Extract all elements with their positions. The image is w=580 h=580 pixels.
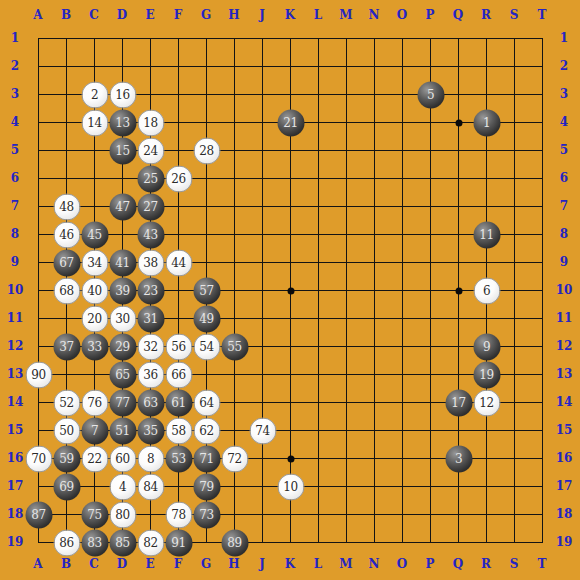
column-label-bottom-H: H bbox=[228, 557, 239, 571]
column-label-top-H: H bbox=[228, 8, 239, 22]
stone-move-number: 89 bbox=[227, 536, 241, 550]
row-label-left-7: 7 bbox=[11, 199, 19, 213]
row-label-right-7: 7 bbox=[560, 199, 568, 213]
stone-K4-move-21: 21 bbox=[277, 109, 304, 136]
stone-E5-move-24: 24 bbox=[137, 137, 164, 164]
stone-H16-move-72: 72 bbox=[221, 445, 248, 472]
stone-move-number: 45 bbox=[87, 228, 101, 242]
stone-G15-move-62: 62 bbox=[193, 417, 220, 444]
stone-move-number: 66 bbox=[171, 368, 185, 382]
stone-move-number: 75 bbox=[87, 508, 101, 522]
stone-C14-move-76: 76 bbox=[81, 389, 108, 416]
column-label-top-S: S bbox=[510, 8, 519, 22]
stone-move-number: 86 bbox=[59, 536, 73, 550]
stone-G18-move-73: 73 bbox=[193, 501, 220, 528]
stone-G5-move-28: 28 bbox=[193, 137, 220, 164]
stone-A13-move-90: 90 bbox=[25, 361, 52, 388]
column-label-top-G: G bbox=[201, 8, 211, 22]
stone-D5-move-15: 15 bbox=[109, 137, 136, 164]
stone-D4-move-13: 13 bbox=[109, 109, 136, 136]
stone-G11-move-49: 49 bbox=[193, 305, 220, 332]
stone-move-number: 71 bbox=[199, 452, 213, 466]
row-label-right-3: 3 bbox=[560, 87, 568, 101]
stone-E11-move-31: 31 bbox=[137, 305, 164, 332]
row-label-left-6: 6 bbox=[11, 171, 19, 185]
stone-move-number: 85 bbox=[115, 536, 129, 550]
stone-move-number: 49 bbox=[199, 312, 213, 326]
stone-F9-move-44: 44 bbox=[165, 249, 192, 276]
stone-move-number: 24 bbox=[143, 144, 157, 158]
stone-D10-move-39: 39 bbox=[109, 277, 136, 304]
stone-move-number: 87 bbox=[31, 508, 45, 522]
stone-move-number: 53 bbox=[171, 452, 185, 466]
stone-B15-move-50: 50 bbox=[53, 417, 80, 444]
column-label-top-Q: Q bbox=[453, 8, 463, 22]
row-label-left-19: 19 bbox=[7, 535, 24, 549]
column-label-bottom-K: K bbox=[285, 557, 295, 571]
row-label-right-5: 5 bbox=[560, 143, 568, 157]
stone-F12-move-56: 56 bbox=[165, 333, 192, 360]
stone-E6-move-25: 25 bbox=[137, 165, 164, 192]
row-label-left-12: 12 bbox=[7, 339, 24, 353]
stone-move-number: 12 bbox=[479, 396, 493, 410]
column-label-bottom-C: C bbox=[89, 557, 99, 571]
column-label-bottom-J: J bbox=[259, 557, 265, 571]
column-label-top-T: T bbox=[538, 8, 547, 22]
stone-H12-move-55: 55 bbox=[221, 333, 248, 360]
stone-move-number: 82 bbox=[143, 536, 157, 550]
stone-D14-move-77: 77 bbox=[109, 389, 136, 416]
row-label-left-10: 10 bbox=[7, 283, 24, 297]
stone-F19-move-91: 91 bbox=[165, 529, 192, 556]
row-label-left-2: 2 bbox=[11, 59, 19, 73]
stone-move-number: 6 bbox=[483, 284, 490, 298]
stone-B17-move-69: 69 bbox=[53, 473, 80, 500]
stone-B16-move-59: 59 bbox=[53, 445, 80, 472]
star-point-Q4 bbox=[455, 119, 462, 126]
stone-move-number: 35 bbox=[143, 424, 157, 438]
stone-move-number: 54 bbox=[199, 340, 213, 354]
stone-C16-move-22: 22 bbox=[81, 445, 108, 472]
stone-move-number: 61 bbox=[171, 396, 185, 410]
stone-move-number: 51 bbox=[115, 424, 129, 438]
stone-P3-move-5: 5 bbox=[417, 81, 444, 108]
column-label-bottom-A: A bbox=[33, 557, 42, 571]
row-label-right-11: 11 bbox=[556, 311, 573, 325]
stone-move-number: 2 bbox=[91, 88, 98, 102]
stone-move-number: 36 bbox=[143, 368, 157, 382]
stone-move-number: 18 bbox=[143, 116, 157, 130]
row-label-right-15: 15 bbox=[556, 423, 573, 437]
stone-B10-move-68: 68 bbox=[53, 277, 80, 304]
stone-K17-move-10: 10 bbox=[277, 473, 304, 500]
row-label-right-14: 14 bbox=[556, 395, 573, 409]
stone-move-number: 44 bbox=[171, 256, 185, 270]
row-label-right-12: 12 bbox=[556, 339, 573, 353]
column-label-top-L: L bbox=[314, 8, 322, 22]
stone-D15-move-51: 51 bbox=[109, 417, 136, 444]
stone-R8-move-11: 11 bbox=[473, 221, 500, 248]
column-label-bottom-P: P bbox=[425, 557, 434, 571]
stone-move-number: 38 bbox=[143, 256, 157, 270]
row-label-right-2: 2 bbox=[560, 59, 568, 73]
stone-move-number: 77 bbox=[115, 396, 129, 410]
stone-E7-move-27: 27 bbox=[137, 193, 164, 220]
stone-C4-move-14: 14 bbox=[81, 109, 108, 136]
stone-move-number: 63 bbox=[143, 396, 157, 410]
stone-Q14-move-17: 17 bbox=[445, 389, 472, 416]
stone-F14-move-61: 61 bbox=[165, 389, 192, 416]
stone-R14-move-12: 12 bbox=[473, 389, 500, 416]
stone-R4-move-1: 1 bbox=[473, 109, 500, 136]
stone-move-number: 80 bbox=[115, 508, 129, 522]
row-label-left-4: 4 bbox=[11, 115, 19, 129]
stone-D16-move-60: 60 bbox=[109, 445, 136, 472]
row-label-left-8: 8 bbox=[11, 227, 19, 241]
stone-move-number: 69 bbox=[59, 480, 73, 494]
stone-move-number: 11 bbox=[479, 228, 493, 242]
stone-move-number: 91 bbox=[171, 536, 185, 550]
stone-D19-move-85: 85 bbox=[109, 529, 136, 556]
stone-C8-move-45: 45 bbox=[81, 221, 108, 248]
stone-move-number: 3 bbox=[455, 452, 462, 466]
stone-F18-move-78: 78 bbox=[165, 501, 192, 528]
stone-R13-move-19: 19 bbox=[473, 361, 500, 388]
stone-H19-move-89: 89 bbox=[221, 529, 248, 556]
stone-move-number: 31 bbox=[143, 312, 157, 326]
stone-R12-move-9: 9 bbox=[473, 333, 500, 360]
column-label-top-K: K bbox=[285, 8, 295, 22]
stone-move-number: 62 bbox=[199, 424, 213, 438]
stone-move-number: 52 bbox=[59, 396, 73, 410]
stone-move-number: 29 bbox=[115, 340, 129, 354]
stone-move-number: 34 bbox=[87, 256, 101, 270]
stone-move-number: 19 bbox=[479, 368, 493, 382]
stone-move-number: 14 bbox=[87, 116, 101, 130]
stone-E19-move-82: 82 bbox=[137, 529, 164, 556]
stone-move-number: 67 bbox=[59, 256, 73, 270]
stone-B19-move-86: 86 bbox=[53, 529, 80, 556]
stone-C9-move-34: 34 bbox=[81, 249, 108, 276]
stone-move-number: 22 bbox=[87, 452, 101, 466]
stone-C10-move-40: 40 bbox=[81, 277, 108, 304]
column-label-top-O: O bbox=[397, 8, 407, 22]
stone-move-number: 23 bbox=[143, 284, 157, 298]
stone-move-number: 55 bbox=[227, 340, 241, 354]
row-label-left-5: 5 bbox=[11, 143, 19, 157]
stone-B8-move-46: 46 bbox=[53, 221, 80, 248]
stone-move-number: 73 bbox=[199, 508, 213, 522]
column-label-top-D: D bbox=[117, 8, 127, 22]
stone-E16-move-8: 8 bbox=[137, 445, 164, 472]
stone-move-number: 41 bbox=[115, 256, 129, 270]
stone-move-number: 57 bbox=[199, 284, 213, 298]
stone-move-number: 74 bbox=[255, 424, 269, 438]
row-label-left-11: 11 bbox=[7, 311, 24, 325]
column-label-top-A: A bbox=[33, 8, 42, 22]
row-label-left-3: 3 bbox=[11, 87, 19, 101]
stone-J15-move-74: 74 bbox=[249, 417, 276, 444]
column-label-bottom-B: B bbox=[61, 557, 71, 571]
stone-move-number: 28 bbox=[199, 144, 213, 158]
row-label-right-9: 9 bbox=[560, 255, 568, 269]
column-label-bottom-E: E bbox=[145, 557, 154, 571]
column-label-bottom-F: F bbox=[174, 557, 183, 571]
column-label-top-J: J bbox=[259, 8, 265, 22]
column-label-bottom-M: M bbox=[339, 557, 352, 571]
row-label-right-18: 18 bbox=[556, 507, 573, 521]
stone-D12-move-29: 29 bbox=[109, 333, 136, 360]
stone-F16-move-53: 53 bbox=[165, 445, 192, 472]
column-label-bottom-O: O bbox=[397, 557, 407, 571]
stone-D9-move-41: 41 bbox=[109, 249, 136, 276]
stone-move-number: 9 bbox=[483, 340, 490, 354]
stone-C12-move-33: 33 bbox=[81, 333, 108, 360]
row-label-left-9: 9 bbox=[11, 255, 19, 269]
stone-move-number: 68 bbox=[59, 284, 73, 298]
stone-E17-move-84: 84 bbox=[137, 473, 164, 500]
stone-move-number: 46 bbox=[59, 228, 73, 242]
column-label-top-R: R bbox=[481, 8, 491, 22]
stone-move-number: 32 bbox=[143, 340, 157, 354]
stone-E12-move-32: 32 bbox=[137, 333, 164, 360]
stone-B14-move-52: 52 bbox=[53, 389, 80, 416]
column-label-bottom-T: T bbox=[538, 557, 547, 571]
stone-move-number: 70 bbox=[31, 452, 45, 466]
stone-move-number: 65 bbox=[115, 368, 129, 382]
stone-G14-move-64: 64 bbox=[193, 389, 220, 416]
row-label-right-19: 19 bbox=[556, 535, 573, 549]
star-point-K10 bbox=[287, 287, 294, 294]
stone-move-number: 7 bbox=[91, 424, 98, 438]
stone-C18-move-75: 75 bbox=[81, 501, 108, 528]
stone-F13-move-66: 66 bbox=[165, 361, 192, 388]
stone-G10-move-57: 57 bbox=[193, 277, 220, 304]
row-label-right-13: 13 bbox=[556, 367, 573, 381]
stone-move-number: 33 bbox=[87, 340, 101, 354]
stone-move-number: 58 bbox=[171, 424, 185, 438]
stone-G16-move-71: 71 bbox=[193, 445, 220, 472]
stone-G12-move-54: 54 bbox=[193, 333, 220, 360]
column-label-top-E: E bbox=[145, 8, 154, 22]
stone-move-number: 20 bbox=[87, 312, 101, 326]
stone-move-number: 59 bbox=[59, 452, 73, 466]
stone-move-number: 84 bbox=[143, 480, 157, 494]
stone-move-number: 56 bbox=[171, 340, 185, 354]
row-label-left-14: 14 bbox=[7, 395, 24, 409]
stone-E10-move-23: 23 bbox=[137, 277, 164, 304]
stone-E14-move-63: 63 bbox=[137, 389, 164, 416]
stone-move-number: 21 bbox=[283, 116, 297, 130]
column-label-top-N: N bbox=[369, 8, 380, 22]
stone-D18-move-80: 80 bbox=[109, 501, 136, 528]
stone-F6-move-26: 26 bbox=[165, 165, 192, 192]
stone-move-number: 37 bbox=[59, 340, 73, 354]
column-label-bottom-L: L bbox=[314, 557, 322, 571]
stone-move-number: 17 bbox=[451, 396, 465, 410]
stone-R10-move-6: 6 bbox=[473, 277, 500, 304]
stone-move-number: 72 bbox=[227, 452, 241, 466]
row-label-left-15: 15 bbox=[7, 423, 24, 437]
stone-D17-move-4: 4 bbox=[109, 473, 136, 500]
stone-move-number: 50 bbox=[59, 424, 73, 438]
stone-move-number: 43 bbox=[143, 228, 157, 242]
stone-A18-move-87: 87 bbox=[25, 501, 52, 528]
stone-B7-move-48: 48 bbox=[53, 193, 80, 220]
stone-move-number: 13 bbox=[115, 116, 129, 130]
row-label-right-1: 1 bbox=[560, 31, 568, 45]
row-label-right-6: 6 bbox=[560, 171, 568, 185]
stone-move-number: 79 bbox=[199, 480, 213, 494]
stone-move-number: 83 bbox=[87, 536, 101, 550]
stone-E4-move-18: 18 bbox=[137, 109, 164, 136]
stone-move-number: 26 bbox=[171, 172, 185, 186]
row-label-left-17: 17 bbox=[7, 479, 24, 493]
column-label-bottom-D: D bbox=[117, 557, 127, 571]
stone-move-number: 27 bbox=[143, 200, 157, 214]
stone-move-number: 40 bbox=[87, 284, 101, 298]
star-point-K16 bbox=[287, 455, 294, 462]
stone-move-number: 25 bbox=[143, 172, 157, 186]
stone-move-number: 60 bbox=[115, 452, 129, 466]
stone-move-number: 15 bbox=[115, 144, 129, 158]
stone-D7-move-47: 47 bbox=[109, 193, 136, 220]
stone-C15-move-7: 7 bbox=[81, 417, 108, 444]
row-label-right-16: 16 bbox=[556, 451, 573, 465]
stone-B12-move-37: 37 bbox=[53, 333, 80, 360]
stone-E9-move-38: 38 bbox=[137, 249, 164, 276]
row-label-right-10: 10 bbox=[556, 283, 573, 297]
row-label-left-1: 1 bbox=[11, 31, 19, 45]
stone-move-number: 10 bbox=[283, 480, 297, 494]
column-label-top-F: F bbox=[174, 8, 183, 22]
stone-D3-move-16: 16 bbox=[109, 81, 136, 108]
column-label-bottom-Q: Q bbox=[453, 557, 463, 571]
column-label-bottom-G: G bbox=[201, 557, 211, 571]
stone-B9-move-67: 67 bbox=[53, 249, 80, 276]
stone-move-number: 48 bbox=[59, 200, 73, 214]
stone-move-number: 16 bbox=[115, 88, 129, 102]
column-label-bottom-N: N bbox=[369, 557, 380, 571]
stone-C11-move-20: 20 bbox=[81, 305, 108, 332]
stone-move-number: 90 bbox=[31, 368, 45, 382]
column-label-bottom-R: R bbox=[481, 557, 491, 571]
row-label-right-4: 4 bbox=[560, 115, 568, 129]
stone-Q16-move-3: 3 bbox=[445, 445, 472, 472]
stone-move-number: 5 bbox=[427, 88, 434, 102]
stone-C3-move-2: 2 bbox=[81, 81, 108, 108]
stone-move-number: 8 bbox=[147, 452, 154, 466]
stone-G17-move-79: 79 bbox=[193, 473, 220, 500]
row-label-left-18: 18 bbox=[7, 507, 24, 521]
stone-move-number: 30 bbox=[115, 312, 129, 326]
stone-A16-move-70: 70 bbox=[25, 445, 52, 472]
row-label-right-17: 17 bbox=[556, 479, 573, 493]
stone-move-number: 4 bbox=[119, 480, 126, 494]
column-label-top-M: M bbox=[339, 8, 352, 22]
stone-E13-move-36: 36 bbox=[137, 361, 164, 388]
go-board-diagram: AABBCCDDEEFFGGHHJJKKLLMMNNOOPPQQRRSSTT11… bbox=[0, 0, 580, 580]
stone-D11-move-30: 30 bbox=[109, 305, 136, 332]
stone-move-number: 39 bbox=[115, 284, 129, 298]
stone-E15-move-35: 35 bbox=[137, 417, 164, 444]
star-point-Q10 bbox=[455, 287, 462, 294]
stone-D13-move-65: 65 bbox=[109, 361, 136, 388]
stone-move-number: 76 bbox=[87, 396, 101, 410]
column-label-bottom-S: S bbox=[510, 557, 519, 571]
column-label-top-C: C bbox=[89, 8, 99, 22]
stone-move-number: 78 bbox=[171, 508, 185, 522]
column-label-top-P: P bbox=[425, 8, 434, 22]
row-label-left-13: 13 bbox=[7, 367, 24, 381]
stone-move-number: 64 bbox=[199, 396, 213, 410]
row-label-left-16: 16 bbox=[7, 451, 24, 465]
column-label-top-B: B bbox=[61, 8, 71, 22]
stone-F15-move-58: 58 bbox=[165, 417, 192, 444]
stone-move-number: 1 bbox=[483, 116, 490, 130]
stone-move-number: 47 bbox=[115, 200, 129, 214]
stone-E8-move-43: 43 bbox=[137, 221, 164, 248]
row-label-right-8: 8 bbox=[560, 227, 568, 241]
stone-C19-move-83: 83 bbox=[81, 529, 108, 556]
